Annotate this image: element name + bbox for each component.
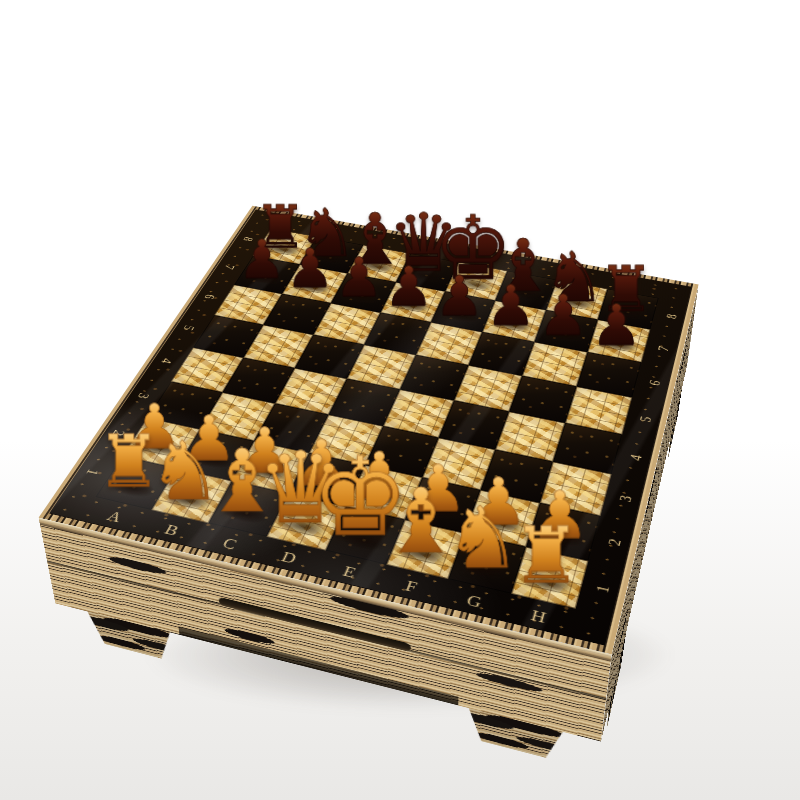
box-foot-front-right — [464, 707, 567, 762]
box-bottom-recess — [178, 626, 458, 705]
white-rook-glyph: ♜ — [465, 518, 628, 595]
box-foot-front-left — [84, 611, 178, 663]
scene: ABCDEFGH8765432187654321 ♜♞♝♛♚♝♞♜♟♟♟♟♟♟♟… — [0, 0, 800, 800]
black-pawn-glyph: ♟ — [549, 297, 685, 353]
chess-board-box: ABCDEFGH8765432187654321 ♜♞♝♛♚♝♞♜♟♟♟♟♟♟♟… — [39, 206, 699, 655]
product-photo-stage: ABCDEFGH8765432187654321 ♜♞♝♛♚♝♞♜♟♟♟♟♟♟♟… — [0, 0, 800, 800]
